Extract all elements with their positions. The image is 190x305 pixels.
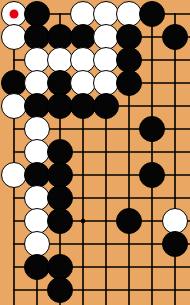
- intersection[interactable]: [164, 187, 187, 210]
- intersection[interactable]: [118, 279, 141, 302]
- black-stone: [162, 231, 188, 257]
- intersection[interactable]: [49, 95, 72, 118]
- intersection[interactable]: [95, 26, 118, 49]
- intersection[interactable]: [72, 118, 95, 141]
- intersection[interactable]: [141, 49, 164, 72]
- last-move-marker: [10, 10, 19, 19]
- intersection[interactable]: [141, 141, 164, 164]
- intersection[interactable]: [49, 279, 72, 302]
- intersection[interactable]: [72, 164, 95, 187]
- intersection[interactable]: [3, 95, 26, 118]
- black-stone: [93, 93, 119, 119]
- intersection[interactable]: [118, 72, 141, 95]
- intersection[interactable]: [141, 279, 164, 302]
- intersection[interactable]: [164, 26, 187, 49]
- board-grid: [3, 3, 187, 302]
- intersection[interactable]: [3, 3, 26, 26]
- intersection[interactable]: [164, 3, 187, 26]
- intersection[interactable]: [95, 95, 118, 118]
- intersection[interactable]: [26, 26, 49, 49]
- intersection[interactable]: [95, 164, 118, 187]
- intersection[interactable]: [3, 49, 26, 72]
- intersection[interactable]: [164, 72, 187, 95]
- intersection[interactable]: [95, 49, 118, 72]
- intersection[interactable]: [49, 210, 72, 233]
- intersection[interactable]: [164, 118, 187, 141]
- intersection[interactable]: [95, 3, 118, 26]
- intersection[interactable]: [118, 26, 141, 49]
- intersection[interactable]: [49, 26, 72, 49]
- black-stone: [162, 24, 188, 50]
- intersection[interactable]: [118, 187, 141, 210]
- intersection[interactable]: [118, 3, 141, 26]
- intersection[interactable]: [3, 26, 26, 49]
- intersection[interactable]: [118, 49, 141, 72]
- intersection[interactable]: [72, 3, 95, 26]
- intersection[interactable]: [164, 279, 187, 302]
- intersection[interactable]: [3, 210, 26, 233]
- intersection[interactable]: [95, 279, 118, 302]
- intersection[interactable]: [141, 72, 164, 95]
- intersection[interactable]: [164, 49, 187, 72]
- intersection[interactable]: [72, 72, 95, 95]
- intersection[interactable]: [118, 141, 141, 164]
- intersection[interactable]: [95, 118, 118, 141]
- intersection[interactable]: [26, 118, 49, 141]
- intersection[interactable]: [141, 187, 164, 210]
- intersection[interactable]: [3, 141, 26, 164]
- intersection[interactable]: [95, 210, 118, 233]
- intersection[interactable]: [49, 256, 72, 279]
- intersection[interactable]: [164, 256, 187, 279]
- intersection[interactable]: [141, 118, 164, 141]
- intersection[interactable]: [164, 141, 187, 164]
- black-stone: [139, 116, 165, 142]
- intersection[interactable]: [26, 210, 49, 233]
- intersection[interactable]: [72, 187, 95, 210]
- intersection[interactable]: [3, 187, 26, 210]
- intersection[interactable]: [141, 26, 164, 49]
- intersection[interactable]: [26, 279, 49, 302]
- intersection[interactable]: [3, 72, 26, 95]
- intersection[interactable]: [95, 233, 118, 256]
- intersection[interactable]: [164, 164, 187, 187]
- intersection[interactable]: [26, 49, 49, 72]
- intersection[interactable]: [3, 118, 26, 141]
- intersection[interactable]: [26, 72, 49, 95]
- intersection[interactable]: [49, 187, 72, 210]
- intersection[interactable]: [72, 26, 95, 49]
- go-board[interactable]: [0, 0, 190, 305]
- intersection[interactable]: [72, 141, 95, 164]
- intersection[interactable]: [49, 141, 72, 164]
- intersection[interactable]: [49, 118, 72, 141]
- intersection[interactable]: [49, 233, 72, 256]
- intersection[interactable]: [118, 233, 141, 256]
- intersection[interactable]: [26, 187, 49, 210]
- intersection[interactable]: [141, 210, 164, 233]
- intersection[interactable]: [49, 49, 72, 72]
- black-stone: [139, 162, 165, 188]
- intersection[interactable]: [26, 95, 49, 118]
- intersection[interactable]: [95, 187, 118, 210]
- black-stone: [139, 1, 165, 27]
- intersection[interactable]: [72, 279, 95, 302]
- intersection[interactable]: [72, 95, 95, 118]
- intersection[interactable]: [164, 210, 187, 233]
- intersection[interactable]: [141, 233, 164, 256]
- intersection[interactable]: [72, 49, 95, 72]
- black-stone: [47, 208, 73, 234]
- intersection[interactable]: [26, 256, 49, 279]
- black-stone: [47, 277, 73, 303]
- intersection[interactable]: [3, 164, 26, 187]
- intersection[interactable]: [26, 233, 49, 256]
- intersection[interactable]: [118, 95, 141, 118]
- intersection[interactable]: [95, 72, 118, 95]
- intersection[interactable]: [118, 210, 141, 233]
- intersection[interactable]: [118, 118, 141, 141]
- intersection[interactable]: [164, 95, 187, 118]
- intersection[interactable]: [3, 233, 26, 256]
- black-stone: [116, 208, 142, 234]
- intersection[interactable]: [49, 72, 72, 95]
- intersection[interactable]: [26, 164, 49, 187]
- intersection[interactable]: [141, 164, 164, 187]
- intersection[interactable]: [95, 141, 118, 164]
- intersection[interactable]: [72, 210, 95, 233]
- intersection[interactable]: [118, 256, 141, 279]
- intersection[interactable]: [164, 233, 187, 256]
- intersection[interactable]: [49, 3, 72, 26]
- intersection[interactable]: [49, 164, 72, 187]
- intersection[interactable]: [72, 233, 95, 256]
- black-stone: [116, 70, 142, 96]
- intersection[interactable]: [26, 3, 49, 26]
- intersection[interactable]: [72, 256, 95, 279]
- intersection[interactable]: [141, 256, 164, 279]
- intersection[interactable]: [141, 3, 164, 26]
- intersection[interactable]: [3, 256, 26, 279]
- intersection[interactable]: [3, 279, 26, 302]
- intersection[interactable]: [26, 141, 49, 164]
- intersection[interactable]: [95, 256, 118, 279]
- intersection[interactable]: [141, 95, 164, 118]
- intersection[interactable]: [118, 164, 141, 187]
